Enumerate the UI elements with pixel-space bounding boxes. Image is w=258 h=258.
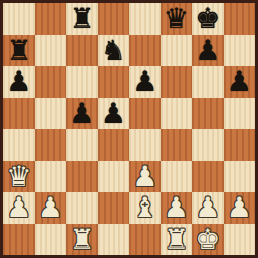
square-e3[interactable]: ♟ xyxy=(129,161,161,193)
square-d1[interactable] xyxy=(98,224,130,256)
square-e4[interactable] xyxy=(129,129,161,161)
square-f1[interactable]: ♜ xyxy=(161,224,193,256)
black-rook-icon[interactable]: ♜ xyxy=(69,3,94,35)
square-g4[interactable] xyxy=(192,129,224,161)
square-a7[interactable]: ♜ xyxy=(3,35,35,67)
square-g8[interactable]: ♚ xyxy=(192,3,224,35)
square-f6[interactable] xyxy=(161,66,193,98)
square-d3[interactable] xyxy=(98,161,130,193)
square-h4[interactable] xyxy=(224,129,256,161)
square-a5[interactable] xyxy=(3,98,35,130)
square-d7[interactable]: ♞ xyxy=(98,35,130,67)
square-c8[interactable]: ♜ xyxy=(66,3,98,35)
square-g6[interactable] xyxy=(192,66,224,98)
square-g1[interactable]: ♚ xyxy=(192,224,224,256)
square-a6[interactable]: ♟ xyxy=(3,66,35,98)
square-f8[interactable]: ♛ xyxy=(161,3,193,35)
square-h3[interactable] xyxy=(224,161,256,193)
white-pawn-icon[interactable]: ♟ xyxy=(164,192,189,224)
square-h6[interactable]: ♟ xyxy=(224,66,256,98)
square-d2[interactable] xyxy=(98,192,130,224)
black-pawn-icon[interactable]: ♟ xyxy=(195,35,220,67)
square-h8[interactable] xyxy=(224,3,256,35)
square-f7[interactable] xyxy=(161,35,193,67)
black-pawn-icon[interactable]: ♟ xyxy=(6,66,31,98)
square-c5[interactable]: ♟ xyxy=(66,98,98,130)
square-a8[interactable] xyxy=(3,3,35,35)
square-g7[interactable]: ♟ xyxy=(192,35,224,67)
black-pawn-icon[interactable]: ♟ xyxy=(227,66,252,98)
square-f4[interactable] xyxy=(161,129,193,161)
black-king-icon[interactable]: ♚ xyxy=(195,3,220,35)
chess-board: ♜♛♚♜♞♟♟♟♟♟♟♛♟♟♟♝♟♟♟♜♜♚ xyxy=(3,3,255,255)
square-g5[interactable] xyxy=(192,98,224,130)
white-pawn-icon[interactable]: ♟ xyxy=(38,192,63,224)
black-knight-icon[interactable]: ♞ xyxy=(101,35,126,67)
white-pawn-icon[interactable]: ♟ xyxy=(132,161,157,193)
square-b1[interactable] xyxy=(35,224,67,256)
square-b6[interactable] xyxy=(35,66,67,98)
square-b2[interactable]: ♟ xyxy=(35,192,67,224)
square-e6[interactable]: ♟ xyxy=(129,66,161,98)
square-f2[interactable]: ♟ xyxy=(161,192,193,224)
square-g2[interactable]: ♟ xyxy=(192,192,224,224)
chess-board-frame: ♜♛♚♜♞♟♟♟♟♟♟♛♟♟♟♝♟♟♟♜♜♚ xyxy=(0,0,258,258)
square-f3[interactable] xyxy=(161,161,193,193)
square-c2[interactable] xyxy=(66,192,98,224)
square-a2[interactable]: ♟ xyxy=(3,192,35,224)
square-c7[interactable] xyxy=(66,35,98,67)
black-queen-icon[interactable]: ♛ xyxy=(164,3,189,35)
square-e5[interactable] xyxy=(129,98,161,130)
white-rook-icon[interactable]: ♜ xyxy=(69,224,94,256)
white-queen-icon[interactable]: ♛ xyxy=(6,161,31,193)
square-h7[interactable] xyxy=(224,35,256,67)
black-pawn-icon[interactable]: ♟ xyxy=(132,66,157,98)
square-b7[interactable] xyxy=(35,35,67,67)
square-a4[interactable] xyxy=(3,129,35,161)
square-d5[interactable]: ♟ xyxy=(98,98,130,130)
square-b5[interactable] xyxy=(35,98,67,130)
square-b3[interactable] xyxy=(35,161,67,193)
square-a3[interactable]: ♛ xyxy=(3,161,35,193)
black-pawn-icon[interactable]: ♟ xyxy=(69,98,94,130)
square-c4[interactable] xyxy=(66,129,98,161)
square-e8[interactable] xyxy=(129,3,161,35)
square-e7[interactable] xyxy=(129,35,161,67)
black-pawn-icon[interactable]: ♟ xyxy=(101,98,126,130)
white-bishop-icon[interactable]: ♝ xyxy=(132,192,157,224)
square-g3[interactable] xyxy=(192,161,224,193)
square-d6[interactable] xyxy=(98,66,130,98)
square-b4[interactable] xyxy=(35,129,67,161)
square-d8[interactable] xyxy=(98,3,130,35)
square-h1[interactable] xyxy=(224,224,256,256)
white-pawn-icon[interactable]: ♟ xyxy=(6,192,31,224)
square-h2[interactable]: ♟ xyxy=(224,192,256,224)
square-a1[interactable] xyxy=(3,224,35,256)
square-d4[interactable] xyxy=(98,129,130,161)
square-e2[interactable]: ♝ xyxy=(129,192,161,224)
white-king-icon[interactable]: ♚ xyxy=(195,224,220,256)
square-h5[interactable] xyxy=(224,98,256,130)
white-rook-icon[interactable]: ♜ xyxy=(164,224,189,256)
black-rook-icon[interactable]: ♜ xyxy=(6,35,31,67)
square-f5[interactable] xyxy=(161,98,193,130)
square-c1[interactable]: ♜ xyxy=(66,224,98,256)
white-pawn-icon[interactable]: ♟ xyxy=(227,192,252,224)
square-c6[interactable] xyxy=(66,66,98,98)
square-c3[interactable] xyxy=(66,161,98,193)
square-e1[interactable] xyxy=(129,224,161,256)
square-b8[interactable] xyxy=(35,3,67,35)
white-pawn-icon[interactable]: ♟ xyxy=(195,192,220,224)
